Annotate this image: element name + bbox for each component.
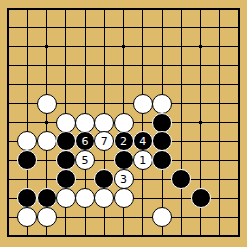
grid-line-horizontal — [7, 235, 240, 237]
star-point — [199, 121, 202, 124]
white-stone — [75, 188, 95, 208]
move-number-label: 3 — [120, 174, 127, 185]
white-stone — [37, 131, 57, 151]
white-stone-move-5: 5 — [75, 150, 95, 170]
black-stone — [114, 150, 134, 170]
black-stone — [191, 188, 211, 208]
move-number-label: 2 — [120, 136, 127, 147]
star-point — [199, 45, 202, 48]
black-stone — [17, 150, 37, 170]
white-stone — [114, 113, 134, 133]
white-stone — [37, 207, 57, 227]
black-stone — [56, 169, 76, 189]
grid-line-vertical — [142, 8, 143, 237]
black-stone-move-2: 2 — [114, 131, 134, 151]
white-stone — [114, 188, 134, 208]
go-board[interactable]: 6724513 — [0, 0, 247, 247]
move-number-label: 4 — [139, 136, 146, 147]
black-stone — [37, 188, 57, 208]
black-stone — [94, 169, 114, 189]
white-stone — [133, 94, 153, 114]
black-stone — [56, 150, 76, 170]
star-point — [122, 45, 125, 48]
white-stone — [94, 188, 114, 208]
white-stone-move-7: 7 — [94, 131, 114, 151]
grid-line-vertical — [219, 8, 220, 237]
star-point — [45, 45, 48, 48]
white-stone — [37, 94, 57, 114]
move-number-label: 5 — [82, 155, 89, 166]
white-stone — [56, 113, 76, 133]
white-stone — [94, 113, 114, 133]
white-stone-move-3: 3 — [114, 169, 134, 189]
white-stone — [152, 207, 172, 227]
white-stone — [17, 131, 37, 151]
white-stone — [56, 188, 76, 208]
black-stone — [152, 131, 172, 151]
move-number-label: 6 — [82, 136, 89, 147]
white-stone — [152, 94, 172, 114]
move-number-label: 1 — [139, 155, 146, 166]
black-stone-move-4: 4 — [133, 131, 153, 151]
black-stone — [152, 113, 172, 133]
white-stone — [75, 113, 95, 133]
grid-line-vertical — [181, 8, 182, 237]
white-stone — [17, 207, 37, 227]
black-stone — [17, 188, 37, 208]
move-number-label: 7 — [101, 136, 108, 147]
black-stone-move-6: 6 — [75, 131, 95, 151]
black-stone — [56, 131, 76, 151]
grid-line-vertical — [238, 8, 240, 237]
black-stone — [152, 150, 172, 170]
black-stone — [171, 169, 191, 189]
star-point — [45, 121, 48, 124]
white-stone-move-1: 1 — [133, 150, 153, 170]
